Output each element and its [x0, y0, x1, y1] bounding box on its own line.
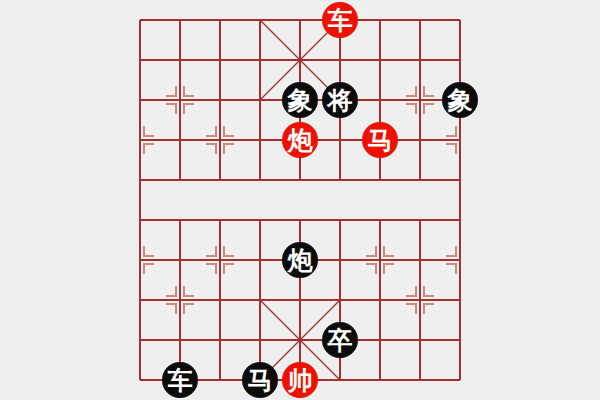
board-point[interactable]	[200, 120, 240, 160]
board-point[interactable]	[320, 120, 360, 160]
board-point[interactable]	[400, 120, 440, 160]
board-point[interactable]	[360, 240, 400, 280]
board-point[interactable]	[160, 200, 200, 240]
board-point[interactable]: 象	[280, 80, 320, 120]
board-point[interactable]	[240, 40, 280, 80]
board-point[interactable]	[120, 280, 160, 320]
board-point[interactable]: 马	[360, 120, 400, 160]
board-point[interactable]	[200, 160, 240, 200]
board-point[interactable]	[120, 320, 160, 360]
board-point[interactable]	[120, 40, 160, 80]
board-point[interactable]	[200, 40, 240, 80]
board-point[interactable]: 炮	[280, 120, 320, 160]
board-point[interactable]	[400, 320, 440, 360]
board-point[interactable]	[200, 280, 240, 320]
board-point[interactable]	[440, 360, 480, 400]
board-point[interactable]	[400, 240, 440, 280]
board-point[interactable]	[280, 0, 320, 40]
board-point[interactable]	[240, 200, 280, 240]
piece-black-horse[interactable]: 马	[242, 362, 278, 398]
board-point[interactable]	[160, 280, 200, 320]
board-point[interactable]: 象	[440, 80, 480, 120]
board-point[interactable]: 炮	[280, 240, 320, 280]
board-point[interactable]	[240, 240, 280, 280]
piece-red-general[interactable]: 帅	[282, 362, 318, 398]
board-point[interactable]	[240, 120, 280, 160]
board-point[interactable]	[120, 80, 160, 120]
piece-red-chariot[interactable]: 车	[322, 2, 358, 38]
board-point[interactable]	[160, 160, 200, 200]
board-point[interactable]	[120, 360, 160, 400]
piece-red-cannon[interactable]: 炮	[282, 122, 318, 158]
board-point[interactable]	[440, 40, 480, 80]
board-point[interactable]	[400, 80, 440, 120]
board-point[interactable]: 马	[240, 360, 280, 400]
board-point[interactable]	[120, 200, 160, 240]
board-point[interactable]: 车	[160, 360, 200, 400]
piece-black-elephant[interactable]: 象	[282, 82, 318, 118]
board-point[interactable]	[400, 280, 440, 320]
board-point[interactable]	[120, 120, 160, 160]
piece-black-chariot[interactable]: 车	[162, 362, 198, 398]
board-point[interactable]: 帅	[280, 360, 320, 400]
board-point[interactable]	[280, 40, 320, 80]
board-point[interactable]	[240, 320, 280, 360]
board-grid: 车象将象炮马炮卒车马帅	[120, 0, 480, 400]
board-point[interactable]	[120, 240, 160, 280]
board-point[interactable]	[200, 320, 240, 360]
board-point[interactable]	[440, 0, 480, 40]
board-point[interactable]	[360, 160, 400, 200]
board-point[interactable]	[160, 80, 200, 120]
board-point[interactable]	[440, 160, 480, 200]
board-point[interactable]	[240, 160, 280, 200]
board-point[interactable]	[320, 160, 360, 200]
board-point[interactable]	[280, 160, 320, 200]
piece-black-elephant[interactable]: 象	[442, 82, 478, 118]
board-point[interactable]	[440, 200, 480, 240]
board-point[interactable]	[240, 80, 280, 120]
board-point[interactable]	[320, 240, 360, 280]
board-point[interactable]	[200, 360, 240, 400]
board-point[interactable]	[160, 40, 200, 80]
board-point[interactable]	[240, 280, 280, 320]
board-point[interactable]	[440, 240, 480, 280]
piece-black-soldier[interactable]: 卒	[322, 322, 358, 358]
board-point[interactable]	[320, 360, 360, 400]
board-point[interactable]	[280, 280, 320, 320]
board-point[interactable]: 卒	[320, 320, 360, 360]
board-point[interactable]	[160, 120, 200, 160]
board-point[interactable]	[360, 40, 400, 80]
xiangqi-board: 车象将象炮马炮卒车马帅	[0, 0, 600, 400]
board-point[interactable]	[400, 0, 440, 40]
board-point[interactable]	[440, 120, 480, 160]
board-point[interactable]	[240, 0, 280, 40]
board-point[interactable]	[280, 320, 320, 360]
board-point[interactable]	[360, 360, 400, 400]
board-point[interactable]	[400, 160, 440, 200]
board-point[interactable]	[280, 200, 320, 240]
board-point[interactable]	[120, 160, 160, 200]
board-point[interactable]	[360, 280, 400, 320]
board-point[interactable]	[400, 200, 440, 240]
board-point[interactable]	[440, 280, 480, 320]
board-point[interactable]	[360, 320, 400, 360]
board-point[interactable]	[200, 240, 240, 280]
piece-red-horse[interactable]: 马	[362, 122, 398, 158]
board-point[interactable]	[320, 280, 360, 320]
board-point[interactable]	[320, 40, 360, 80]
board-point[interactable]	[400, 40, 440, 80]
board-point[interactable]	[440, 320, 480, 360]
board-point[interactable]	[120, 0, 160, 40]
board-point[interactable]	[360, 0, 400, 40]
board-point[interactable]	[320, 200, 360, 240]
board-point[interactable]: 将	[320, 80, 360, 120]
board-point[interactable]	[160, 320, 200, 360]
board-point[interactable]	[360, 200, 400, 240]
board-point[interactable]: 车	[320, 0, 360, 40]
board-point[interactable]	[160, 0, 200, 40]
board-point[interactable]	[400, 360, 440, 400]
board-point[interactable]	[160, 240, 200, 280]
board-point[interactable]	[360, 80, 400, 120]
board-point[interactable]	[200, 80, 240, 120]
piece-black-general[interactable]: 将	[322, 82, 358, 118]
board-point[interactable]	[200, 0, 240, 40]
piece-black-cannon[interactable]: 炮	[282, 242, 318, 278]
board-point[interactable]	[200, 200, 240, 240]
